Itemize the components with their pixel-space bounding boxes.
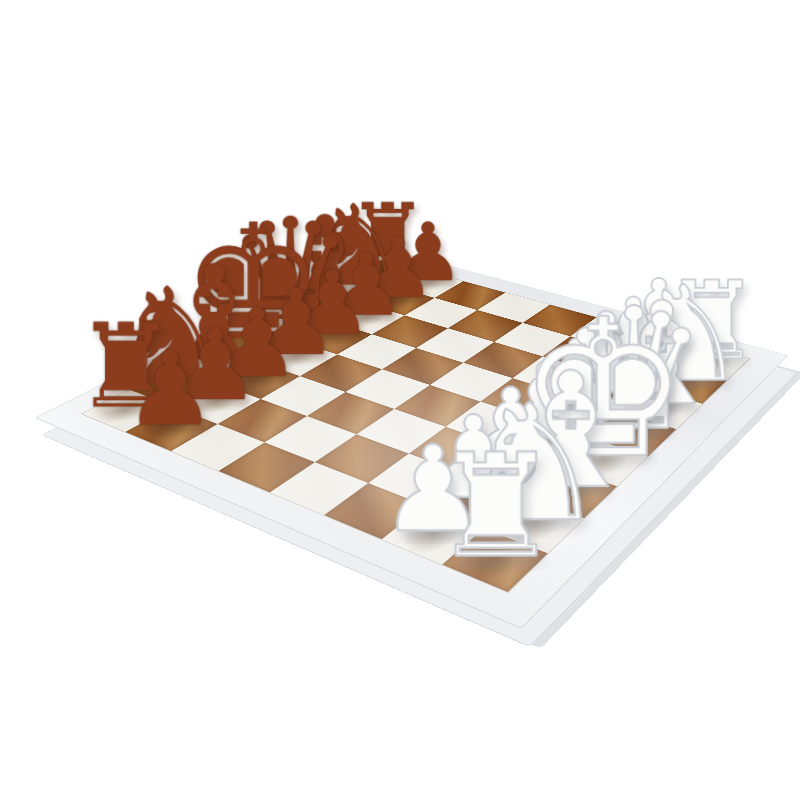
square-a8 bbox=[353, 259, 422, 286]
square-d7 bbox=[293, 321, 371, 354]
square-d5 bbox=[382, 348, 463, 385]
chess-set-photo: ♜♞♝♚♛♝♞♜♟♟♟♟♟♟♟♟♟♟♟♟♟♟♟♟♜♞♝♚♛♝♞♜ bbox=[0, 0, 800, 800]
square-c7 bbox=[329, 303, 404, 334]
square-c6 bbox=[371, 315, 447, 348]
square-a7 bbox=[393, 270, 463, 298]
square-d8 bbox=[252, 308, 329, 340]
square-d6 bbox=[337, 334, 416, 369]
white-rook-h1: ♜ bbox=[432, 434, 560, 577]
square-b6 bbox=[404, 298, 478, 329]
chess-board: ♜♞♝♚♛♝♞♜♟♟♟♟♟♟♟♟♟♟♟♟♟♟♟♟♜♞♝♚♛♝♞♜ bbox=[35, 247, 789, 629]
square-c5 bbox=[416, 328, 494, 362]
square-b8 bbox=[322, 275, 393, 303]
square-b7 bbox=[362, 286, 434, 315]
brown-pawn-h7: ♟ bbox=[124, 338, 216, 440]
square-b5 bbox=[448, 310, 523, 342]
square-e7 bbox=[256, 340, 337, 376]
square-a6 bbox=[434, 281, 505, 310]
square-c8 bbox=[288, 291, 362, 321]
